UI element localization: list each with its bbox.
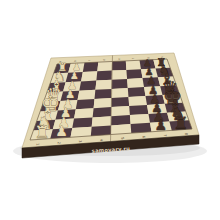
- square-h4: [91, 125, 111, 135]
- square-e4: [94, 98, 112, 108]
- square-d4: [95, 89, 112, 99]
- square-b6: [126, 69, 142, 79]
- square-c4: [95, 80, 111, 90]
- square-b4: [96, 71, 112, 81]
- rank-label-7: 7: [163, 134, 167, 136]
- square-a3: [83, 62, 99, 72]
- square-f3: [74, 108, 94, 118]
- piece-white-pawn-h2: ♟: [55, 123, 68, 139]
- square-c6: [127, 78, 144, 88]
- rank-label-1: 1: [36, 143, 40, 145]
- square-g5: [111, 115, 131, 125]
- square-g3: [72, 117, 92, 128]
- square-f4: [93, 107, 112, 117]
- file-label-d: d: [102, 59, 106, 61]
- file-label-e: e: [117, 58, 121, 60]
- square-b5: [112, 70, 127, 80]
- square-a4: [97, 62, 112, 72]
- square-c3: [79, 81, 96, 91]
- square-g4: [92, 116, 112, 126]
- square-d6: [128, 87, 146, 97]
- square-g6: [130, 114, 150, 124]
- chessboard: samovary.ru 12345678abcdefgh ♜♟♟♜♞♟♟♞♝♟♟…: [0, 0, 220, 220]
- rank-label-5: 5: [120, 137, 124, 139]
- piece-black-pawn-h7: ♟: [154, 117, 167, 133]
- square-h6: [131, 123, 152, 133]
- piece-white-rook-h1: ♜: [34, 123, 49, 142]
- square-f6: [129, 105, 148, 115]
- rank-label-3: 3: [78, 140, 82, 142]
- square-e6: [129, 96, 148, 106]
- square-a5: [112, 61, 127, 71]
- piece-black-rook-h8: ♜: [173, 114, 188, 133]
- square-h5: [111, 124, 131, 134]
- square-d5: [112, 88, 129, 98]
- square-e5: [111, 97, 129, 107]
- square-b3: [81, 71, 97, 81]
- square-e3: [76, 99, 95, 109]
- square-a6: [126, 60, 141, 70]
- square-c5: [112, 79, 128, 89]
- square-d3: [78, 90, 96, 100]
- square-f5: [111, 106, 130, 116]
- product-photo: samovary.ru 12345678abcdefgh ♜♟♟♜♞♟♟♞♝♟♟…: [0, 0, 220, 220]
- rank-label-2: 2: [57, 142, 61, 144]
